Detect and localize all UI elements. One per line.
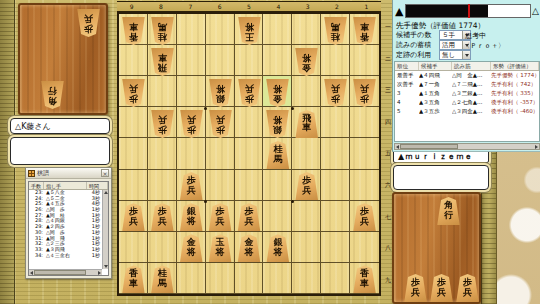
setting-book: 定跡の利用 無し (396, 49, 471, 60)
sente-komadai: 角 行歩 兵歩 兵歩 兵 (392, 192, 481, 304)
board-cell-9-8 (119, 232, 148, 263)
kifu-window: 棋譜 × 手数 指し手 時間 23:▲５八金4秒24:△５二金3秒25:▲４五歩… (25, 167, 112, 279)
kifu-cell: 1秒 (86, 253, 102, 259)
file-label: 5 (234, 2, 263, 11)
board-cell-8-6 (148, 170, 177, 201)
candidate-cell: 3 (395, 89, 419, 98)
kifu-header: 手数 指し手 時間 (29, 182, 108, 190)
file-labels: 987654321 (117, 1, 381, 12)
gote-player-name: △K藤さん (10, 118, 110, 134)
sente-mark: ▲ (395, 6, 403, 17)
board-cell-4-9 (263, 263, 292, 294)
candidate-cell: ▲１五角 (419, 89, 452, 98)
gote-komadai: 歩 兵角 行 (18, 3, 108, 115)
kifu-col-movenum: 手数 (29, 182, 44, 189)
evaluation-bar-fill (406, 5, 488, 17)
board-cell-7-3 (177, 76, 206, 107)
board-cell-9-6 (119, 170, 148, 201)
board-cell-2-2 (321, 45, 350, 76)
hand-piece-歩兵[interactable]: 歩 兵 (76, 9, 101, 37)
board-cell-6-9 (206, 263, 235, 294)
board-cell-2-4 (321, 107, 350, 138)
hand-piece-歩兵[interactable]: 歩 兵 (403, 274, 428, 302)
board-cell-5-9 (235, 263, 264, 294)
engine-level: 〈Ｐｒｏ＋〉 (463, 41, 505, 51)
candidate-row[interactable]: 5▲３五歩△３四金▲…後手有利（ -460） (395, 107, 539, 116)
board-cell-7-9 (177, 263, 206, 294)
setting-accumulation-label: 読みの蓄積 (396, 40, 439, 50)
candidate-horizontal-scrollbar[interactable] (394, 143, 540, 150)
board-cell-2-7 (321, 201, 350, 232)
setting-book-label: 定跡の利用 (396, 50, 439, 60)
board-cell-2-5 (321, 138, 350, 169)
candidate-cell: △３四金▲… (452, 107, 491, 116)
candidate-row[interactable]: 次善手▲７一角△７二飛▲…先手有利（ 742） (395, 80, 539, 89)
board-cell-4-2 (263, 45, 292, 76)
board-cell-5-5 (235, 138, 264, 169)
col-move: 候補手 (419, 62, 452, 70)
rank-label: 六 (383, 181, 393, 190)
candidate-row[interactable]: 3▲１五角△３三銀▲…先手有利（ 335） (395, 89, 539, 98)
book-value: 無し (442, 51, 455, 59)
star-point (291, 200, 294, 203)
board-cell-9-5 (119, 138, 148, 169)
board-cell-1-2 (350, 45, 379, 76)
file-label: 9 (117, 2, 146, 11)
board-cell-1-8 (350, 232, 379, 263)
kifu-window-icon (28, 170, 35, 177)
board-cell-5-6 (235, 170, 264, 201)
board-cell-4-7 (263, 201, 292, 232)
evaluation-bar-row: ▲ △ (395, 3, 539, 19)
sente-info-box (393, 165, 489, 190)
board-cell-6-1 (206, 14, 235, 45)
board-cell-5-2 (235, 45, 264, 76)
candidate-row[interactable]: 4▲３五角△２七角▲…後手有利（ -357） (395, 98, 539, 107)
board-cell-7-2 (177, 45, 206, 76)
candidate-row[interactable]: 最善手▲４四飛△同 金▲…先手優勢（ 1774） (395, 71, 539, 80)
candidate-cell: △７二飛▲… (452, 80, 491, 89)
kifu-col-move: 指し手 (44, 182, 87, 189)
analysis-panel: ▲ △ 先手優勢（評価値 1774） 候補手の数 ５手 読みの蓄積 活用 定跡の… (392, 0, 540, 152)
file-label: 4 (264, 2, 293, 11)
board-cell-3-7 (292, 201, 321, 232)
board-cell-8-8 (148, 232, 177, 263)
candidate-table: 順位 候補手 読み筋 形勢（評価値） 最善手▲４四飛△同 金▲…先手優勢（ 17… (394, 61, 540, 142)
shogi-board: 香 車桂 馬王 将桂 馬香 車飛 車金 将歩 兵銀 将歩 兵金 将歩 兵歩 兵歩… (117, 12, 381, 296)
kifu-rows: 23:▲５八金4秒24:△５二金3秒25:▲４五歩4秒26:△同 歩1秒27:▲… (29, 190, 102, 269)
kifu-cell: △４三金右 (44, 253, 86, 259)
candidate-cell: △同 金▲… (452, 71, 491, 80)
candidate-cell: ▲７一角 (419, 80, 452, 89)
kifu-col-time: 時間 (87, 182, 108, 189)
candidate-cell: △２七角▲… (452, 98, 491, 107)
close-icon[interactable]: × (101, 169, 109, 177)
candidate-cell: ▲３五歩 (419, 107, 452, 116)
candidate-cell: 次善手 (395, 80, 419, 89)
candidates-value: ５手 (442, 31, 455, 39)
setting-candidates-label: 候補手の数 (396, 30, 439, 40)
candidate-rows: 最善手▲４四飛△同 金▲…先手優勢（ 1774）次善手▲７一角△７二飛▲…先手有… (395, 71, 539, 116)
book-dropdown[interactable]: 無し (439, 50, 471, 60)
thinking-status: 思考中 (465, 31, 486, 41)
star-point (291, 107, 294, 110)
board-cell-8-3 (148, 76, 177, 107)
kifu-list: 手数 指し手 時間 23:▲５八金4秒24:△５二金3秒25:▲４五歩4秒26:… (28, 181, 109, 276)
col-pv: 読み筋 (452, 62, 491, 70)
file-label: 1 (352, 2, 381, 11)
file-label: 2 (322, 2, 351, 11)
kifu-titlebar[interactable]: 棋譜 × (26, 168, 111, 179)
candidate-cell: 4 (395, 98, 419, 107)
col-rank: 順位 (395, 62, 419, 70)
board-cell-3-9 (292, 263, 321, 294)
board-cell-3-8 (292, 232, 321, 263)
candidate-cell: 後手有利（ -460） (491, 107, 539, 116)
board-cell-1-5 (350, 138, 379, 169)
candidate-cell: △３三銀▲… (452, 89, 491, 98)
hand-piece-歩兵[interactable]: 歩 兵 (455, 274, 480, 302)
board-cell-9-4 (119, 107, 148, 138)
kifu-window-title: 棋譜 (37, 169, 99, 178)
col-eval: 形勢（評価値） (491, 62, 539, 70)
file-label: 6 (205, 2, 234, 11)
gote-mark: △ (532, 6, 539, 16)
candidate-cell: 先手優勢（ 1774） (491, 71, 539, 80)
evaluation-bar-centerline (468, 4, 470, 18)
board-cell-2-9 (321, 263, 350, 294)
star-point (204, 200, 207, 203)
board-cell-5-4 (235, 107, 264, 138)
board-cell-6-5 (206, 138, 235, 169)
kifu-move-row[interactable]: 34:△４三金右1秒 (29, 253, 102, 259)
board-cell-1-6 (350, 170, 379, 201)
board-cell-8-5 (148, 138, 177, 169)
board-cell-6-2 (206, 45, 235, 76)
board-cell-7-5 (177, 138, 206, 169)
evaluation-bar (405, 4, 531, 18)
candidate-cell: 先手有利（ 742） (491, 80, 539, 89)
candidate-cell: 最善手 (395, 71, 419, 80)
kifu-horizontal-scrollbar[interactable] (29, 269, 102, 275)
hand-piece-歩兵[interactable]: 歩 兵 (429, 274, 454, 302)
star-point (204, 107, 207, 110)
board-cell-3-3 (292, 76, 321, 107)
board-cell-7-1 (177, 14, 206, 45)
hand-piece-角行[interactable]: 角 行 (40, 81, 65, 109)
candidate-cell: 後手有利（ -357） (491, 98, 539, 107)
candidate-cell: 先手有利（ 335） (491, 89, 539, 98)
accumulation-value: 活用 (442, 41, 455, 49)
board-cell-2-6 (321, 170, 350, 201)
candidate-cell: ▲３五角 (419, 98, 452, 107)
board-cell-3-1 (292, 14, 321, 45)
chevron-down-icon[interactable] (462, 51, 470, 59)
board-cell-1-4 (350, 107, 379, 138)
board-cell-6-6 (206, 170, 235, 201)
board-cell-9-2 (119, 45, 148, 76)
kifu-vertical-scrollbar[interactable] (102, 190, 108, 269)
hand-piece-角行[interactable]: 角 行 (436, 197, 461, 225)
file-label: 7 (176, 2, 205, 11)
candidate-table-header: 順位 候補手 読み筋 形勢（評価値） (395, 62, 539, 71)
kifu-cell: 34: (29, 253, 44, 259)
board-cell-2-8 (321, 232, 350, 263)
board-cell-4-1 (263, 14, 292, 45)
file-label: 8 (146, 2, 175, 11)
board-cell-4-6 (263, 170, 292, 201)
board-cell-3-5 (292, 138, 321, 169)
gote-info-box (10, 137, 110, 165)
file-label: 3 (293, 2, 322, 11)
candidate-cell: 5 (395, 107, 419, 116)
candidate-cell: ▲４四飛 (419, 71, 452, 80)
